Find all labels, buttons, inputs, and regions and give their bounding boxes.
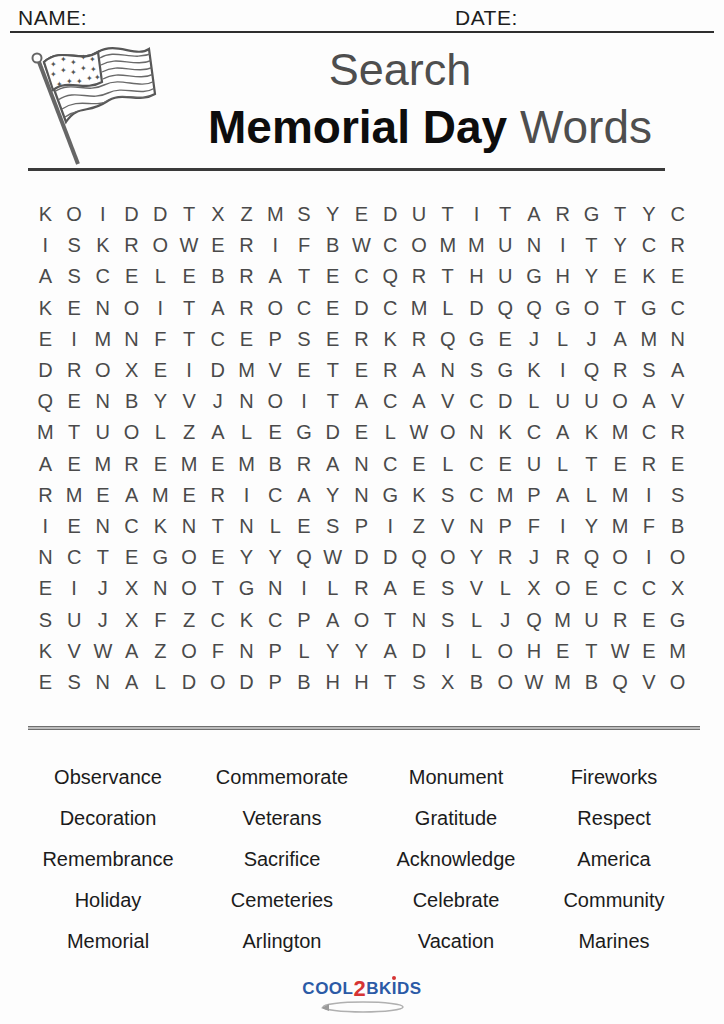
grid-cell-r1c23[interactable]: C	[663, 199, 692, 230]
grid-cell-r10c11[interactable]: Y	[318, 480, 347, 511]
grid-cell-r3c16[interactable]: H	[462, 261, 491, 292]
grid-cell-r2c21[interactable]: Y	[606, 230, 635, 261]
grid-cell-r14c8[interactable]: K	[232, 604, 261, 635]
grid-cell-r15c15[interactable]: I	[433, 636, 462, 667]
grid-cell-r15c22[interactable]: E	[635, 636, 664, 667]
grid-cell-r8c2[interactable]: T	[60, 417, 89, 448]
grid-cell-r3c18[interactable]: G	[520, 261, 549, 292]
grid-cell-r9c21[interactable]: E	[606, 449, 635, 480]
grid-cell-r6c17[interactable]: G	[491, 355, 520, 386]
grid-cell-r5c8[interactable]: E	[232, 324, 261, 355]
grid-cell-r11c15[interactable]: V	[433, 511, 462, 542]
grid-cell-r9c18[interactable]: U	[520, 449, 549, 480]
grid-cell-r3c23[interactable]: E	[663, 261, 692, 292]
grid-cell-r11c19[interactable]: I	[548, 511, 577, 542]
grid-cell-r10c7[interactable]: R	[203, 480, 232, 511]
grid-cell-r4c8[interactable]: R	[232, 293, 261, 324]
grid-cell-r7c4[interactable]: B	[117, 386, 146, 417]
grid-cell-r8c8[interactable]: L	[232, 417, 261, 448]
grid-cell-r1c20[interactable]: G	[577, 199, 606, 230]
grid-cell-r5c19[interactable]: L	[548, 324, 577, 355]
grid-cell-r8c15[interactable]: O	[433, 417, 462, 448]
grid-cell-r9c11[interactable]: A	[318, 449, 347, 480]
grid-cell-r15c9[interactable]: P	[261, 636, 290, 667]
grid-cell-r16c3[interactable]: N	[88, 667, 117, 698]
grid-cell-r5c23[interactable]: N	[663, 324, 692, 355]
grid-cell-r10c12[interactable]: N	[347, 480, 376, 511]
grid-cell-r10c2[interactable]: M	[60, 480, 89, 511]
grid-cell-r11c21[interactable]: M	[606, 511, 635, 542]
grid-cell-r14c12[interactable]: O	[347, 604, 376, 635]
grid-cell-r14c21[interactable]: R	[606, 604, 635, 635]
grid-cell-r6c3[interactable]: O	[88, 355, 117, 386]
grid-cell-r4c3[interactable]: N	[88, 293, 117, 324]
grid-cell-r10c4[interactable]: A	[117, 480, 146, 511]
grid-cell-r11c12[interactable]: P	[347, 511, 376, 542]
grid-cell-r4c13[interactable]: C	[376, 293, 405, 324]
grid-cell-r7c21[interactable]: O	[606, 386, 635, 417]
grid-cell-r3c19[interactable]: H	[548, 261, 577, 292]
grid-cell-r13c22[interactable]: C	[635, 573, 664, 604]
grid-cell-r12c12[interactable]: D	[347, 542, 376, 573]
grid-cell-r5c2[interactable]: I	[60, 324, 89, 355]
grid-cell-r11c4[interactable]: C	[117, 511, 146, 542]
grid-cell-r13c16[interactable]: V	[462, 573, 491, 604]
grid-cell-r10c20[interactable]: L	[577, 480, 606, 511]
grid-cell-r13c8[interactable]: G	[232, 573, 261, 604]
grid-cell-r10c6[interactable]: E	[175, 480, 204, 511]
grid-cell-r2c18[interactable]: N	[520, 230, 549, 261]
grid-cell-r6c22[interactable]: S	[635, 355, 664, 386]
grid-cell-r16c14[interactable]: S	[405, 667, 434, 698]
grid-cell-r1c9[interactable]: M	[261, 199, 290, 230]
grid-cell-r9c22[interactable]: R	[635, 449, 664, 480]
grid-cell-r11c22[interactable]: F	[635, 511, 664, 542]
grid-cell-r3c8[interactable]: R	[232, 261, 261, 292]
grid-cell-r6c11[interactable]: T	[318, 355, 347, 386]
grid-cell-r2c8[interactable]: R	[232, 230, 261, 261]
grid-cell-r11c16[interactable]: N	[462, 511, 491, 542]
grid-cell-r14c10[interactable]: P	[290, 604, 319, 635]
grid-cell-r6c14[interactable]: A	[405, 355, 434, 386]
grid-cell-r3c21[interactable]: E	[606, 261, 635, 292]
grid-cell-r7c8[interactable]: N	[232, 386, 261, 417]
grid-cell-r13c2[interactable]: I	[60, 573, 89, 604]
grid-cell-r5c15[interactable]: Q	[433, 324, 462, 355]
grid-cell-r3c11[interactable]: E	[318, 261, 347, 292]
grid-cell-r4c20[interactable]: O	[577, 293, 606, 324]
grid-cell-r6c10[interactable]: E	[290, 355, 319, 386]
grid-cell-r14c11[interactable]: A	[318, 604, 347, 635]
grid-cell-r16c11[interactable]: H	[318, 667, 347, 698]
grid-cell-r4c12[interactable]: D	[347, 293, 376, 324]
grid-cell-r12c19[interactable]: R	[548, 542, 577, 573]
grid-cell-r3c1[interactable]: A	[31, 261, 60, 292]
grid-cell-r13c7[interactable]: T	[203, 573, 232, 604]
grid-cell-r7c17[interactable]: D	[491, 386, 520, 417]
grid-cell-r15c23[interactable]: M	[663, 636, 692, 667]
grid-cell-r10c9[interactable]: C	[261, 480, 290, 511]
grid-cell-r8c17[interactable]: K	[491, 417, 520, 448]
grid-cell-r5c10[interactable]: S	[290, 324, 319, 355]
grid-cell-r5c17[interactable]: E	[491, 324, 520, 355]
grid-cell-r10c22[interactable]: I	[635, 480, 664, 511]
grid-cell-r5c7[interactable]: C	[203, 324, 232, 355]
grid-cell-r8c3[interactable]: U	[88, 417, 117, 448]
grid-cell-r4c22[interactable]: G	[635, 293, 664, 324]
grid-cell-r6c15[interactable]: N	[433, 355, 462, 386]
grid-cell-r7c9[interactable]: O	[261, 386, 290, 417]
grid-cell-r1c7[interactable]: X	[203, 199, 232, 230]
grid-cell-r3c9[interactable]: A	[261, 261, 290, 292]
grid-cell-r7c19[interactable]: U	[548, 386, 577, 417]
grid-cell-r7c5[interactable]: Y	[146, 386, 175, 417]
grid-cell-r5c13[interactable]: K	[376, 324, 405, 355]
grid-cell-r3c17[interactable]: U	[491, 261, 520, 292]
grid-cell-r8c1[interactable]: M	[31, 417, 60, 448]
grid-cell-r14c2[interactable]: U	[60, 604, 89, 635]
grid-cell-r6c9[interactable]: V	[261, 355, 290, 386]
grid-cell-r15c18[interactable]: H	[520, 636, 549, 667]
grid-cell-r4c17[interactable]: Q	[491, 293, 520, 324]
grid-cell-r9c13[interactable]: C	[376, 449, 405, 480]
grid-cell-r15c14[interactable]: D	[405, 636, 434, 667]
grid-cell-r15c10[interactable]: L	[290, 636, 319, 667]
grid-cell-r3c5[interactable]: L	[146, 261, 175, 292]
grid-cell-r13c11[interactable]: L	[318, 573, 347, 604]
grid-cell-r3c3[interactable]: C	[88, 261, 117, 292]
grid-cell-r10c8[interactable]: I	[232, 480, 261, 511]
grid-cell-r4c18[interactable]: Q	[520, 293, 549, 324]
grid-cell-r12c9[interactable]: Y	[261, 542, 290, 573]
grid-cell-r11c17[interactable]: P	[491, 511, 520, 542]
grid-cell-r12c21[interactable]: O	[606, 542, 635, 573]
grid-cell-r2c20[interactable]: T	[577, 230, 606, 261]
grid-cell-r11c14[interactable]: Z	[405, 511, 434, 542]
grid-cell-r1c10[interactable]: S	[290, 199, 319, 230]
grid-cell-r14c7[interactable]: C	[203, 604, 232, 635]
grid-cell-r1c3[interactable]: I	[88, 199, 117, 230]
grid-cell-r9c1[interactable]: A	[31, 449, 60, 480]
grid-cell-r13c4[interactable]: X	[117, 573, 146, 604]
grid-cell-r11c18[interactable]: F	[520, 511, 549, 542]
grid-cell-r14c18[interactable]: Q	[520, 604, 549, 635]
grid-cell-r5c5[interactable]: F	[146, 324, 175, 355]
grid-cell-r1c16[interactable]: I	[462, 199, 491, 230]
grid-cell-r1c2[interactable]: O	[60, 199, 89, 230]
grid-cell-r9c7[interactable]: E	[203, 449, 232, 480]
grid-cell-r13c18[interactable]: X	[520, 573, 549, 604]
grid-cell-r8c16[interactable]: N	[462, 417, 491, 448]
grid-cell-r11c3[interactable]: N	[88, 511, 117, 542]
grid-cell-r12c22[interactable]: I	[635, 542, 664, 573]
grid-cell-r3c13[interactable]: Q	[376, 261, 405, 292]
grid-cell-r8c7[interactable]: A	[203, 417, 232, 448]
grid-cell-r2c13[interactable]: C	[376, 230, 405, 261]
grid-cell-r13c5[interactable]: N	[146, 573, 175, 604]
grid-cell-r9c14[interactable]: E	[405, 449, 434, 480]
grid-cell-r14c5[interactable]: F	[146, 604, 175, 635]
grid-cell-r8c20[interactable]: K	[577, 417, 606, 448]
grid-cell-r7c6[interactable]: V	[175, 386, 204, 417]
grid-cell-r8c12[interactable]: E	[347, 417, 376, 448]
grid-cell-r14c13[interactable]: T	[376, 604, 405, 635]
grid-cell-r12c6[interactable]: O	[175, 542, 204, 573]
grid-cell-r16c8[interactable]: D	[232, 667, 261, 698]
grid-cell-r1c12[interactable]: E	[347, 199, 376, 230]
grid-cell-r12c18[interactable]: J	[520, 542, 549, 573]
grid-cell-r11c9[interactable]: L	[261, 511, 290, 542]
grid-cell-r1c14[interactable]: U	[405, 199, 434, 230]
grid-cell-r1c4[interactable]: D	[117, 199, 146, 230]
grid-cell-r11c23[interactable]: B	[663, 511, 692, 542]
grid-cell-r14c22[interactable]: E	[635, 604, 664, 635]
grid-cell-r13c21[interactable]: C	[606, 573, 635, 604]
grid-cell-r14c1[interactable]: S	[31, 604, 60, 635]
grid-cell-r16c15[interactable]: X	[433, 667, 462, 698]
grid-cell-r9c2[interactable]: E	[60, 449, 89, 480]
grid-cell-r6c7[interactable]: D	[203, 355, 232, 386]
grid-cell-r1c13[interactable]: D	[376, 199, 405, 230]
grid-cell-r7c23[interactable]: V	[663, 386, 692, 417]
grid-cell-r7c10[interactable]: I	[290, 386, 319, 417]
grid-cell-r6c16[interactable]: S	[462, 355, 491, 386]
grid-cell-r11c20[interactable]: Y	[577, 511, 606, 542]
grid-cell-r6c18[interactable]: K	[520, 355, 549, 386]
grid-cell-r5c20[interactable]: J	[577, 324, 606, 355]
grid-cell-r13c15[interactable]: S	[433, 573, 462, 604]
grid-cell-r9c3[interactable]: M	[88, 449, 117, 480]
grid-cell-r10c5[interactable]: M	[146, 480, 175, 511]
grid-cell-r9c8[interactable]: M	[232, 449, 261, 480]
grid-cell-r12c5[interactable]: G	[146, 542, 175, 573]
grid-cell-r1c1[interactable]: K	[31, 199, 60, 230]
grid-cell-r13c6[interactable]: O	[175, 573, 204, 604]
grid-cell-r6c4[interactable]: X	[117, 355, 146, 386]
grid-cell-r9c10[interactable]: R	[290, 449, 319, 480]
grid-cell-r4c21[interactable]: T	[606, 293, 635, 324]
grid-cell-r12c1[interactable]: N	[31, 542, 60, 573]
grid-cell-r4c1[interactable]: K	[31, 293, 60, 324]
grid-cell-r5c12[interactable]: R	[347, 324, 376, 355]
grid-cell-r1c8[interactable]: Z	[232, 199, 261, 230]
grid-cell-r8c5[interactable]: L	[146, 417, 175, 448]
grid-cell-r2c9[interactable]: I	[261, 230, 290, 261]
grid-cell-r8c14[interactable]: W	[405, 417, 434, 448]
grid-cell-r6c5[interactable]: E	[146, 355, 175, 386]
grid-cell-r4c14[interactable]: M	[405, 293, 434, 324]
grid-cell-r7c1[interactable]: Q	[31, 386, 60, 417]
grid-cell-r4c5[interactable]: I	[146, 293, 175, 324]
grid-cell-r7c20[interactable]: U	[577, 386, 606, 417]
grid-cell-r5c16[interactable]: G	[462, 324, 491, 355]
grid-cell-r9c19[interactable]: L	[548, 449, 577, 480]
grid-cell-r4c4[interactable]: O	[117, 293, 146, 324]
grid-cell-r5c21[interactable]: A	[606, 324, 635, 355]
grid-cell-r2c7[interactable]: E	[203, 230, 232, 261]
grid-cell-r6c23[interactable]: A	[663, 355, 692, 386]
grid-cell-r11c10[interactable]: E	[290, 511, 319, 542]
grid-cell-r5c18[interactable]: J	[520, 324, 549, 355]
grid-cell-r12c8[interactable]: Y	[232, 542, 261, 573]
grid-cell-r9c4[interactable]: R	[117, 449, 146, 480]
grid-cell-r1c18[interactable]: A	[520, 199, 549, 230]
grid-cell-r1c17[interactable]: T	[491, 199, 520, 230]
grid-cell-r15c5[interactable]: Z	[146, 636, 175, 667]
grid-cell-r16c6[interactable]: D	[175, 667, 204, 698]
grid-cell-r7c14[interactable]: A	[405, 386, 434, 417]
grid-cell-r16c20[interactable]: B	[577, 667, 606, 698]
grid-cell-r16c19[interactable]: M	[548, 667, 577, 698]
grid-cell-r3c12[interactable]: C	[347, 261, 376, 292]
grid-cell-r2c6[interactable]: W	[175, 230, 204, 261]
grid-cell-r15c12[interactable]: Y	[347, 636, 376, 667]
grid-cell-r16c7[interactable]: O	[203, 667, 232, 698]
grid-cell-r13c3[interactable]: J	[88, 573, 117, 604]
grid-cell-r10c1[interactable]: R	[31, 480, 60, 511]
grid-cell-r8c18[interactable]: C	[520, 417, 549, 448]
grid-cell-r8c23[interactable]: R	[663, 417, 692, 448]
grid-cell-r6c12[interactable]: E	[347, 355, 376, 386]
grid-cell-r9c6[interactable]: M	[175, 449, 204, 480]
grid-cell-r13c9[interactable]: N	[261, 573, 290, 604]
grid-cell-r1c21[interactable]: T	[606, 199, 635, 230]
grid-cell-r6c8[interactable]: M	[232, 355, 261, 386]
grid-cell-r14c19[interactable]: M	[548, 604, 577, 635]
grid-cell-r2c5[interactable]: O	[146, 230, 175, 261]
grid-cell-r15c17[interactable]: O	[491, 636, 520, 667]
grid-cell-r8c13[interactable]: L	[376, 417, 405, 448]
grid-cell-r12c15[interactable]: O	[433, 542, 462, 573]
grid-cell-r2c10[interactable]: F	[290, 230, 319, 261]
grid-cell-r14c3[interactable]: J	[88, 604, 117, 635]
grid-cell-r2c1[interactable]: I	[31, 230, 60, 261]
grid-cell-r13c10[interactable]: I	[290, 573, 319, 604]
grid-cell-r3c22[interactable]: K	[635, 261, 664, 292]
grid-cell-r1c19[interactable]: R	[548, 199, 577, 230]
grid-cell-r9c9[interactable]: B	[261, 449, 290, 480]
grid-cell-r12c17[interactable]: R	[491, 542, 520, 573]
grid-cell-r16c21[interactable]: Q	[606, 667, 635, 698]
grid-cell-r2c2[interactable]: S	[60, 230, 89, 261]
grid-cell-r4c19[interactable]: G	[548, 293, 577, 324]
grid-cell-r4c10[interactable]: C	[290, 293, 319, 324]
grid-cell-r10c17[interactable]: M	[491, 480, 520, 511]
grid-cell-r2c17[interactable]: U	[491, 230, 520, 261]
grid-cell-r14c17[interactable]: J	[491, 604, 520, 635]
grid-cell-r3c6[interactable]: E	[175, 261, 204, 292]
grid-cell-r15c1[interactable]: K	[31, 636, 60, 667]
grid-cell-r8c10[interactable]: G	[290, 417, 319, 448]
grid-cell-r14c14[interactable]: N	[405, 604, 434, 635]
grid-cell-r16c13[interactable]: T	[376, 667, 405, 698]
grid-cell-r4c7[interactable]: A	[203, 293, 232, 324]
grid-cell-r16c4[interactable]: A	[117, 667, 146, 698]
grid-cell-r2c16[interactable]: M	[462, 230, 491, 261]
grid-cell-r15c21[interactable]: W	[606, 636, 635, 667]
grid-cell-r3c15[interactable]: T	[433, 261, 462, 292]
grid-cell-r9c5[interactable]: E	[146, 449, 175, 480]
grid-cell-r9c23[interactable]: E	[663, 449, 692, 480]
grid-cell-r16c2[interactable]: S	[60, 667, 89, 698]
grid-cell-r5c4[interactable]: N	[117, 324, 146, 355]
grid-cell-r6c1[interactable]: D	[31, 355, 60, 386]
grid-cell-r6c13[interactable]: R	[376, 355, 405, 386]
grid-cell-r16c10[interactable]: B	[290, 667, 319, 698]
grid-cell-r8c19[interactable]: A	[548, 417, 577, 448]
grid-cell-r2c4[interactable]: R	[117, 230, 146, 261]
grid-cell-r9c17[interactable]: E	[491, 449, 520, 480]
grid-cell-r16c16[interactable]: B	[462, 667, 491, 698]
grid-cell-r6c19[interactable]: I	[548, 355, 577, 386]
grid-cell-r8c21[interactable]: M	[606, 417, 635, 448]
grid-cell-r11c8[interactable]: N	[232, 511, 261, 542]
grid-cell-r16c5[interactable]: L	[146, 667, 175, 698]
grid-cell-r10c10[interactable]: A	[290, 480, 319, 511]
grid-cell-r15c13[interactable]: A	[376, 636, 405, 667]
grid-cell-r15c3[interactable]: W	[88, 636, 117, 667]
grid-cell-r3c2[interactable]: S	[60, 261, 89, 292]
grid-cell-r13c14[interactable]: E	[405, 573, 434, 604]
grid-cell-r1c11[interactable]: Y	[318, 199, 347, 230]
grid-cell-r10c21[interactable]: M	[606, 480, 635, 511]
grid-cell-r16c23[interactable]: O	[663, 667, 692, 698]
grid-cell-r9c20[interactable]: T	[577, 449, 606, 480]
grid-cell-r4c23[interactable]: C	[663, 293, 692, 324]
grid-cell-r7c12[interactable]: A	[347, 386, 376, 417]
grid-cell-r10c15[interactable]: S	[433, 480, 462, 511]
grid-cell-r15c7[interactable]: F	[203, 636, 232, 667]
grid-cell-r12c23[interactable]: O	[663, 542, 692, 573]
grid-cell-r12c16[interactable]: Y	[462, 542, 491, 573]
grid-cell-r2c14[interactable]: O	[405, 230, 434, 261]
grid-cell-r6c2[interactable]: R	[60, 355, 89, 386]
grid-cell-r14c15[interactable]: S	[433, 604, 462, 635]
grid-cell-r4c15[interactable]: L	[433, 293, 462, 324]
grid-cell-r15c8[interactable]: N	[232, 636, 261, 667]
grid-cell-r12c10[interactable]: Q	[290, 542, 319, 573]
grid-cell-r2c15[interactable]: M	[433, 230, 462, 261]
grid-cell-r3c10[interactable]: T	[290, 261, 319, 292]
grid-cell-r7c16[interactable]: C	[462, 386, 491, 417]
grid-cell-r11c5[interactable]: K	[146, 511, 175, 542]
grid-cell-r13c23[interactable]: X	[663, 573, 692, 604]
grid-cell-r5c9[interactable]: P	[261, 324, 290, 355]
grid-cell-r10c23[interactable]: S	[663, 480, 692, 511]
grid-cell-r16c22[interactable]: V	[635, 667, 664, 698]
grid-cell-r8c22[interactable]: C	[635, 417, 664, 448]
grid-cell-r12c14[interactable]: Q	[405, 542, 434, 573]
grid-cell-r3c14[interactable]: R	[405, 261, 434, 292]
grid-cell-r14c16[interactable]: L	[462, 604, 491, 635]
grid-cell-r8c9[interactable]: E	[261, 417, 290, 448]
grid-cell-r13c12[interactable]: R	[347, 573, 376, 604]
grid-cell-r2c23[interactable]: R	[663, 230, 692, 261]
grid-cell-r15c19[interactable]: E	[548, 636, 577, 667]
grid-cell-r7c22[interactable]: A	[635, 386, 664, 417]
grid-cell-r12c2[interactable]: C	[60, 542, 89, 573]
grid-cell-r13c1[interactable]: E	[31, 573, 60, 604]
grid-cell-r15c11[interactable]: Y	[318, 636, 347, 667]
grid-cell-r2c3[interactable]: K	[88, 230, 117, 261]
grid-cell-r7c2[interactable]: E	[60, 386, 89, 417]
grid-cell-r9c15[interactable]: L	[433, 449, 462, 480]
grid-cell-r7c11[interactable]: T	[318, 386, 347, 417]
grid-cell-r10c3[interactable]: E	[88, 480, 117, 511]
grid-cell-r12c20[interactable]: Q	[577, 542, 606, 573]
grid-cell-r15c2[interactable]: V	[60, 636, 89, 667]
grid-cell-r11c2[interactable]: E	[60, 511, 89, 542]
